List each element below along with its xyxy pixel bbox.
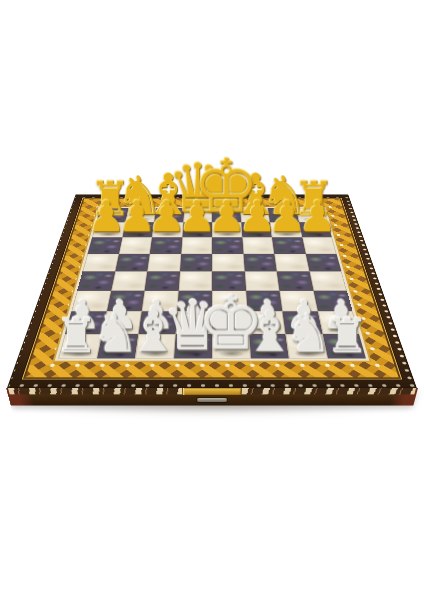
square-c5[interactable] [147, 254, 181, 272]
square-b6[interactable] [119, 237, 152, 253]
chess-board: ♜♞♝♛♚♝♞♜♟♟♟♟♟♟♟♟♟♟♟♟♟♟♟♟♜♞♝♛♚♝♞♜ [7, 194, 417, 388]
brass-hinge-latch[interactable] [182, 388, 242, 395]
square-g7[interactable]: ♟ [270, 222, 302, 237]
square-g5[interactable] [274, 254, 309, 272]
square-f6[interactable] [242, 237, 274, 253]
square-f1[interactable]: ♝ [249, 334, 289, 359]
board-grid: ♜♞♝♛♚♝♞♜♟♟♟♟♟♟♟♟♟♟♟♟♟♟♟♟♜♞♝♛♚♝♞♜ [58, 208, 366, 359]
square-f5[interactable] [243, 254, 277, 272]
square-a5[interactable] [83, 254, 119, 272]
product-photo: ♜♞♝♛♚♝♞♜♟♟♟♟♟♟♟♟♟♟♟♟♟♟♟♟♜♞♝♛♚♝♞♜ [0, 0, 424, 600]
square-g1[interactable]: ♞ [286, 334, 328, 359]
square-c6[interactable] [150, 237, 182, 253]
square-h6[interactable] [302, 237, 337, 253]
square-a6[interactable] [87, 237, 122, 253]
square-d5[interactable] [180, 254, 212, 272]
square-d6[interactable] [181, 237, 212, 253]
square-g4[interactable] [277, 271, 313, 290]
square-h5[interactable] [305, 254, 341, 272]
square-b4[interactable] [111, 271, 147, 290]
square-h1[interactable]: ♜ [322, 334, 366, 359]
square-e5[interactable] [212, 254, 244, 272]
square-g6[interactable] [272, 237, 305, 253]
metal-clasp[interactable] [197, 398, 227, 402]
piece-white-silver-rook[interactable]: ♜ [326, 312, 369, 360]
square-b5[interactable] [115, 254, 150, 272]
case-front-edge [6, 388, 418, 406]
square-h7[interactable]: ♟ [299, 222, 332, 237]
square-e6[interactable] [212, 237, 243, 253]
perspective-scene: ♜♞♝♛♚♝♞♜♟♟♟♟♟♟♟♟♟♟♟♟♟♟♟♟♜♞♝♛♚♝♞♜ [6, 0, 418, 600]
square-h4[interactable] [309, 271, 347, 290]
piece-black-gold-pawn[interactable]: ♟ [298, 195, 337, 238]
square-a4[interactable] [77, 271, 115, 290]
